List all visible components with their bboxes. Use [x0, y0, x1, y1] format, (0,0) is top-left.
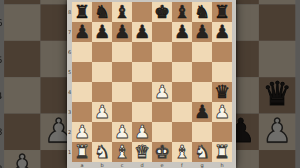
piece-white-bishop-c1[interactable]: ♝	[114, 142, 130, 162]
square-d8[interactable]	[132, 2, 152, 22]
file-label-f: f	[172, 162, 192, 168]
piece-black-rook-a8[interactable]: ♜	[74, 2, 90, 22]
square-e7[interactable]	[152, 22, 172, 42]
square-g7[interactable]: ♟	[192, 22, 212, 42]
square-b3[interactable]: ♟	[92, 102, 112, 122]
piece-black-pawn-a7: ♟	[8, 0, 37, 4]
square-h4: ♛	[259, 77, 295, 113]
file-label-a: a	[72, 162, 92, 168]
squares-grid: ♜♞♝♚♝♞♜♟♟♟♟♟♟♟♟♛♟♟♟♟♟♟♜♞♝♛♚♝♞♜	[72, 2, 232, 162]
piece-black-queen-h4[interactable]: ♛	[214, 82, 230, 102]
square-a2: ♟	[4, 150, 40, 168]
square-a5	[4, 41, 40, 77]
square-h5[interactable]	[212, 62, 232, 82]
square-a4[interactable]	[72, 82, 92, 102]
piece-black-pawn-d7[interactable]: ♟	[134, 22, 150, 42]
piece-white-knight-g1[interactable]: ♞	[194, 142, 210, 162]
square-c8[interactable]: ♝	[112, 2, 132, 22]
square-h6	[259, 4, 295, 40]
square-h2	[259, 150, 295, 168]
piece-white-bishop-f1[interactable]: ♝	[174, 142, 190, 162]
square-g8[interactable]: ♞	[192, 2, 212, 22]
piece-black-pawn-g3[interactable]: ♟	[194, 102, 210, 122]
piece-black-king-e8[interactable]: ♚	[154, 2, 170, 22]
square-c5[interactable]	[112, 62, 132, 82]
piece-black-pawn-h7[interactable]: ♟	[214, 22, 230, 42]
square-a8[interactable]: ♜	[72, 2, 92, 22]
square-a4	[4, 77, 40, 113]
square-a5[interactable]	[72, 62, 92, 82]
square-b1[interactable]: ♞	[92, 142, 112, 162]
square-d7[interactable]: ♟	[132, 22, 152, 42]
chess-board: 87654321abcdefgh♜♞♝♚♝♞♜♟♟♟♟♟♟♟♟♛♟♟♟♟♟♟♜♞…	[67, 0, 236, 168]
square-h4[interactable]: ♛	[212, 82, 232, 102]
piece-white-knight-b1[interactable]: ♞	[94, 142, 110, 162]
piece-white-pawn-c2[interactable]: ♟	[114, 122, 130, 142]
square-h2[interactable]	[212, 122, 232, 142]
square-c2[interactable]: ♟	[112, 122, 132, 142]
piece-white-pawn-d2[interactable]: ♟	[134, 122, 150, 142]
square-b5[interactable]	[92, 62, 112, 82]
piece-black-pawn-c7[interactable]: ♟	[114, 22, 130, 42]
piece-white-pawn-a2[interactable]: ♟	[74, 122, 90, 142]
piece-white-pawn-h3[interactable]: ♟	[214, 102, 230, 122]
piece-black-pawn-a7[interactable]: ♟	[74, 22, 90, 42]
square-h3[interactable]: ♟	[212, 102, 232, 122]
square-d4[interactable]	[132, 82, 152, 102]
square-b2[interactable]	[92, 122, 112, 142]
square-g1[interactable]: ♞	[192, 142, 212, 162]
square-a2[interactable]: ♟	[72, 122, 92, 142]
piece-black-pawn-b7[interactable]: ♟	[94, 22, 110, 42]
piece-black-pawn-g7[interactable]: ♟	[194, 22, 210, 42]
square-f6[interactable]	[172, 42, 192, 62]
square-f7[interactable]: ♟	[172, 22, 192, 42]
file-labels: abcdefgh	[72, 162, 232, 168]
piece-white-pawn-a2: ♟	[8, 149, 37, 168]
square-a1[interactable]: ♜	[72, 142, 92, 162]
file-label-c: c	[112, 162, 132, 168]
piece-white-pawn-h3: ♟	[262, 113, 291, 149]
square-f3[interactable]	[172, 102, 192, 122]
square-b6[interactable]	[92, 42, 112, 62]
square-e6[interactable]	[152, 42, 172, 62]
square-g4[interactable]	[192, 82, 212, 102]
square-g3[interactable]: ♟	[192, 102, 212, 122]
square-c7[interactable]: ♟	[112, 22, 132, 42]
square-h1[interactable]: ♜	[212, 142, 232, 162]
square-f5[interactable]	[172, 62, 192, 82]
square-b4[interactable]	[92, 82, 112, 102]
square-d1[interactable]: ♛	[132, 142, 152, 162]
piece-white-king-e1[interactable]: ♚	[154, 142, 170, 162]
thumbnail-stage: 87654321abcdefgh♜♞♝♚♝♞♜♟♟♟♟♟♟♟♟♛♟♟♟♟♟♟♜♞…	[0, 0, 300, 168]
square-f4[interactable]	[172, 82, 192, 102]
piece-black-knight-g8[interactable]: ♞	[194, 2, 210, 22]
file-label-e: e	[152, 162, 172, 168]
square-a3[interactable]	[72, 102, 92, 122]
square-g2[interactable]	[192, 122, 212, 142]
square-h6[interactable]	[212, 42, 232, 62]
square-f2[interactable]	[172, 122, 192, 142]
square-e5[interactable]	[152, 62, 172, 82]
piece-black-bishop-f8[interactable]: ♝	[174, 2, 190, 22]
square-c4[interactable]	[112, 82, 132, 102]
square-g5[interactable]	[192, 62, 212, 82]
square-c3[interactable]	[112, 102, 132, 122]
square-f8[interactable]: ♝	[172, 2, 192, 22]
square-e4[interactable]: ♟	[152, 82, 172, 102]
piece-white-queen-d1[interactable]: ♛	[134, 142, 150, 162]
piece-black-knight-b8[interactable]: ♞	[94, 2, 110, 22]
piece-white-pawn-b3[interactable]: ♟	[94, 102, 110, 122]
square-d2[interactable]: ♟	[132, 122, 152, 142]
piece-white-pawn-e4[interactable]: ♟	[154, 82, 170, 102]
square-d3[interactable]	[132, 102, 152, 122]
square-a7[interactable]: ♟	[72, 22, 92, 42]
square-f1[interactable]: ♝	[172, 142, 192, 162]
square-d5[interactable]	[132, 62, 152, 82]
square-h3: ♟	[259, 114, 295, 150]
piece-white-rook-a1[interactable]: ♜	[74, 142, 90, 162]
square-g6[interactable]	[192, 42, 212, 62]
square-h5	[259, 41, 295, 77]
file-label-h: h	[212, 162, 232, 168]
square-h8[interactable]: ♜	[212, 2, 232, 22]
square-a6[interactable]	[72, 42, 92, 62]
square-b8[interactable]: ♞	[92, 2, 112, 22]
file-label-b: b	[92, 162, 112, 168]
piece-black-rook-h8[interactable]: ♜	[214, 2, 230, 22]
piece-black-queen-h4: ♛	[262, 76, 291, 112]
square-a6	[4, 4, 40, 40]
square-e3[interactable]	[152, 102, 172, 122]
square-h7[interactable]: ♟	[212, 22, 232, 42]
piece-black-pawn-h7: ♟	[262, 0, 291, 4]
piece-white-rook-h1[interactable]: ♜	[214, 142, 230, 162]
square-a3	[4, 114, 40, 150]
piece-black-pawn-f7[interactable]: ♟	[174, 22, 190, 42]
file-label-g: g	[192, 162, 212, 168]
square-e2[interactable]	[152, 122, 172, 142]
square-e8[interactable]: ♚	[152, 2, 172, 22]
square-c1[interactable]: ♝	[112, 142, 132, 162]
square-c6[interactable]	[112, 42, 132, 62]
piece-black-bishop-c8[interactable]: ♝	[114, 2, 130, 22]
file-label-d: d	[132, 162, 152, 168]
square-b7[interactable]: ♟	[92, 22, 112, 42]
square-e1[interactable]: ♚	[152, 142, 172, 162]
square-d6[interactable]	[132, 42, 152, 62]
